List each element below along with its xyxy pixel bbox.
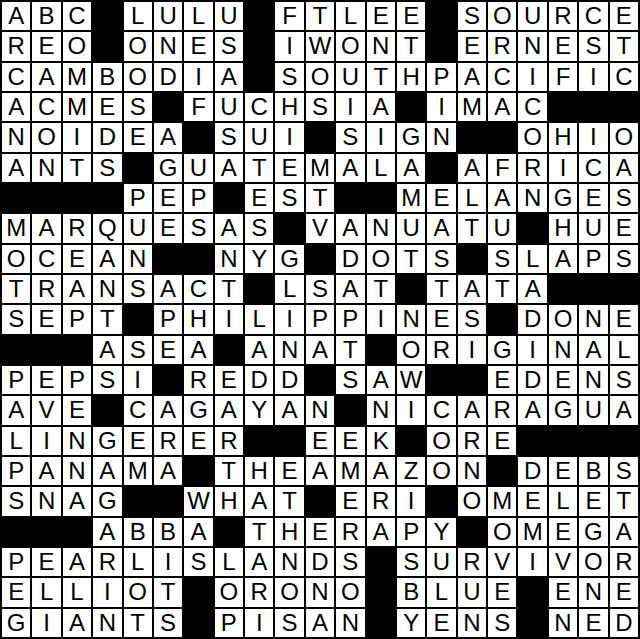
letter-cell-r1c7[interactable]: L: [184, 2, 212, 30]
letter-cell-r21c17[interactable]: S: [488, 609, 516, 637]
letter-cell-r3c21[interactable]: C: [610, 63, 638, 91]
letter-cell-r19c3[interactable]: A: [63, 548, 91, 576]
letter-cell-r9c3[interactable]: E: [63, 245, 91, 273]
letter-cell-r21c2[interactable]: I: [32, 609, 60, 637]
letter-cell-r12c6[interactable]: E: [154, 336, 182, 364]
letter-cell-r19c20[interactable]: O: [579, 548, 607, 576]
letter-cell-r18c20[interactable]: G: [579, 518, 607, 546]
letter-cell-r5c8[interactable]: S: [215, 123, 243, 151]
letter-cell-r20c9[interactable]: R: [245, 578, 273, 606]
letter-cell-r14c20[interactable]: U: [579, 396, 607, 424]
letter-cell-r19c17[interactable]: V: [488, 548, 516, 576]
letter-cell-r14c5[interactable]: C: [124, 396, 152, 424]
letter-cell-r4c8[interactable]: U: [215, 93, 243, 121]
letter-cell-r21c16[interactable]: N: [458, 609, 486, 637]
letter-cell-r21c20[interactable]: E: [579, 609, 607, 637]
letter-cell-r12c19[interactable]: N: [549, 336, 577, 364]
letter-cell-r9c9[interactable]: Y: [245, 245, 273, 273]
letter-cell-r4c1[interactable]: A: [2, 93, 30, 121]
letter-cell-r1c20[interactable]: C: [579, 2, 607, 30]
letter-cell-r3c2[interactable]: A: [32, 63, 60, 91]
letter-cell-r12c7[interactable]: A: [184, 336, 212, 364]
letter-cell-r17c8[interactable]: H: [215, 487, 243, 515]
letter-cell-r17c13[interactable]: R: [367, 487, 395, 515]
letter-cell-r11c21[interactable]: E: [610, 305, 638, 333]
letter-cell-r3c6[interactable]: D: [154, 63, 182, 91]
letter-cell-r12c17[interactable]: G: [488, 336, 516, 364]
letter-cell-r19c10[interactable]: N: [275, 548, 303, 576]
letter-cell-r1c16[interactable]: S: [458, 2, 486, 30]
letter-cell-r5c13[interactable]: I: [367, 123, 395, 151]
letter-cell-r11c10[interactable]: I: [275, 305, 303, 333]
letter-cell-r3c11[interactable]: O: [306, 63, 334, 91]
letter-cell-r11c19[interactable]: O: [549, 305, 577, 333]
letter-cell-r6c13[interactable]: L: [367, 154, 395, 182]
letter-cell-r9c21[interactable]: S: [610, 245, 638, 273]
letter-cell-r21c12[interactable]: N: [336, 609, 364, 637]
letter-cell-r19c2[interactable]: E: [32, 548, 60, 576]
letter-cell-r7c10[interactable]: S: [275, 184, 303, 212]
letter-cell-r10c13[interactable]: T: [367, 275, 395, 303]
letter-cell-r18c9[interactable]: T: [245, 518, 273, 546]
letter-cell-r19c5[interactable]: L: [124, 548, 152, 576]
letter-cell-r15c6[interactable]: R: [154, 427, 182, 455]
letter-cell-r15c16[interactable]: R: [458, 427, 486, 455]
letter-cell-r13c12[interactable]: S: [336, 366, 364, 394]
letter-cell-r13c9[interactable]: D: [245, 366, 273, 394]
letter-cell-r13c18[interactable]: D: [518, 366, 546, 394]
letter-cell-r11c16[interactable]: S: [458, 305, 486, 333]
letter-cell-r1c5[interactable]: L: [124, 2, 152, 30]
letter-cell-r4c4[interactable]: E: [93, 93, 121, 121]
letter-cell-r18c13[interactable]: A: [367, 518, 395, 546]
letter-cell-r12c18[interactable]: I: [518, 336, 546, 364]
letter-cell-r15c4[interactable]: G: [93, 427, 121, 455]
letter-cell-r14c21[interactable]: A: [610, 396, 638, 424]
letter-cell-r3c13[interactable]: T: [367, 63, 395, 91]
letter-cell-r8c6[interactable]: E: [154, 214, 182, 242]
letter-cell-r5c20[interactable]: I: [579, 123, 607, 151]
letter-cell-r8c3[interactable]: R: [63, 214, 91, 242]
letter-cell-r12c4[interactable]: A: [93, 336, 121, 364]
letter-cell-r5c14[interactable]: G: [397, 123, 425, 151]
letter-cell-r1c2[interactable]: B: [32, 2, 60, 30]
letter-cell-r13c3[interactable]: P: [63, 366, 91, 394]
letter-cell-r6c1[interactable]: A: [2, 154, 30, 182]
letter-cell-r7c16[interactable]: L: [458, 184, 486, 212]
letter-cell-r13c7[interactable]: R: [184, 366, 212, 394]
letter-cell-r14c2[interactable]: V: [32, 396, 60, 424]
letter-cell-r14c19[interactable]: G: [549, 396, 577, 424]
letter-cell-r6c7[interactable]: U: [184, 154, 212, 182]
letter-cell-r19c14[interactable]: S: [397, 548, 425, 576]
letter-cell-r6c12[interactable]: A: [336, 154, 364, 182]
letter-cell-r8c19[interactable]: H: [549, 214, 577, 242]
letter-cell-r14c16[interactable]: A: [458, 396, 486, 424]
letter-cell-r6c19[interactable]: I: [549, 154, 577, 182]
letter-cell-r7c21[interactable]: S: [610, 184, 638, 212]
letter-cell-r4c7[interactable]: F: [184, 93, 212, 121]
letter-cell-r10c3[interactable]: A: [63, 275, 91, 303]
letter-cell-r17c4[interactable]: G: [93, 487, 121, 515]
letter-cell-r5c9[interactable]: U: [245, 123, 273, 151]
letter-cell-r12c12[interactable]: T: [336, 336, 364, 364]
letter-cell-r6c8[interactable]: A: [215, 154, 243, 182]
letter-cell-r16c15[interactable]: O: [427, 457, 455, 485]
letter-cell-r15c8[interactable]: R: [215, 427, 243, 455]
letter-cell-r10c5[interactable]: S: [124, 275, 152, 303]
letter-cell-r17c19[interactable]: L: [549, 487, 577, 515]
letter-cell-r8c17[interactable]: U: [488, 214, 516, 242]
letter-cell-r20c8[interactable]: O: [215, 578, 243, 606]
letter-cell-r5c19[interactable]: H: [549, 123, 577, 151]
letter-cell-r17c12[interactable]: E: [336, 487, 364, 515]
letter-cell-r21c6[interactable]: S: [154, 609, 182, 637]
letter-cell-r13c2[interactable]: E: [32, 366, 60, 394]
letter-cell-r20c5[interactable]: O: [124, 578, 152, 606]
letter-cell-r20c14[interactable]: B: [397, 578, 425, 606]
letter-cell-r4c16[interactable]: M: [458, 93, 486, 121]
letter-cell-r4c2[interactable]: C: [32, 93, 60, 121]
letter-cell-r2c20[interactable]: S: [579, 32, 607, 60]
letter-cell-r6c21[interactable]: A: [610, 154, 638, 182]
letter-cell-r7c18[interactable]: N: [518, 184, 546, 212]
letter-cell-r9c14[interactable]: T: [397, 245, 425, 273]
letter-cell-r10c2[interactable]: R: [32, 275, 60, 303]
letter-cell-r9c12[interactable]: D: [336, 245, 364, 273]
letter-cell-r5c10[interactable]: I: [275, 123, 303, 151]
letter-cell-r4c9[interactable]: C: [245, 93, 273, 121]
letter-cell-r9c20[interactable]: P: [579, 245, 607, 273]
letter-cell-r10c15[interactable]: T: [427, 275, 455, 303]
letter-cell-r21c14[interactable]: Y: [397, 609, 425, 637]
letter-cell-r16c11[interactable]: A: [306, 457, 334, 485]
letter-cell-r18c15[interactable]: Y: [427, 518, 455, 546]
letter-cell-r4c18[interactable]: C: [518, 93, 546, 121]
letter-cell-r19c19[interactable]: V: [549, 548, 577, 576]
letter-cell-r16c3[interactable]: N: [63, 457, 91, 485]
letter-cell-r18c6[interactable]: B: [154, 518, 182, 546]
letter-cell-r16c8[interactable]: T: [215, 457, 243, 485]
letter-cell-r12c14[interactable]: O: [397, 336, 425, 364]
letter-cell-r2c14[interactable]: T: [397, 32, 425, 60]
letter-cell-r16c6[interactable]: A: [154, 457, 182, 485]
letter-cell-r7c15[interactable]: E: [427, 184, 455, 212]
letter-cell-r12c11[interactable]: A: [306, 336, 334, 364]
letter-cell-r20c4[interactable]: I: [93, 578, 121, 606]
letter-cell-r1c8[interactable]: U: [215, 2, 243, 30]
letter-cell-r1c18[interactable]: U: [518, 2, 546, 30]
letter-cell-r11c13[interactable]: I: [367, 305, 395, 333]
letter-cell-r16c1[interactable]: P: [2, 457, 30, 485]
letter-cell-r5c2[interactable]: O: [32, 123, 60, 151]
letter-cell-r11c1[interactable]: S: [2, 305, 30, 333]
letter-cell-r20c12[interactable]: O: [336, 578, 364, 606]
letter-cell-r18c10[interactable]: H: [275, 518, 303, 546]
letter-cell-r8c9[interactable]: S: [245, 214, 273, 242]
letter-cell-r2c1[interactable]: R: [2, 32, 30, 60]
letter-cell-r12c15[interactable]: R: [427, 336, 455, 364]
letter-cell-r11c15[interactable]: E: [427, 305, 455, 333]
letter-cell-r2c17[interactable]: R: [488, 32, 516, 60]
letter-cell-r20c1[interactable]: E: [2, 578, 30, 606]
letter-cell-r9c5[interactable]: N: [124, 245, 152, 273]
letter-cell-r11c3[interactable]: P: [63, 305, 91, 333]
letter-cell-r3c12[interactable]: U: [336, 63, 364, 91]
letter-cell-r21c11[interactable]: A: [306, 609, 334, 637]
letter-cell-r2c7[interactable]: E: [184, 32, 212, 60]
letter-cell-r17c18[interactable]: E: [518, 487, 546, 515]
letter-cell-r13c5[interactable]: I: [124, 366, 152, 394]
letter-cell-r8c7[interactable]: S: [184, 214, 212, 242]
letter-cell-r3c7[interactable]: I: [184, 63, 212, 91]
letter-cell-r3c10[interactable]: S: [275, 63, 303, 91]
letter-cell-r10c18[interactable]: A: [518, 275, 546, 303]
letter-cell-r16c12[interactable]: M: [336, 457, 364, 485]
letter-cell-r15c13[interactable]: K: [367, 427, 395, 455]
letter-cell-r8c8[interactable]: A: [215, 214, 243, 242]
letter-cell-r20c19[interactable]: E: [549, 578, 577, 606]
letter-cell-r4c17[interactable]: A: [488, 93, 516, 121]
letter-cell-r21c8[interactable]: P: [215, 609, 243, 637]
letter-cell-r13c8[interactable]: E: [215, 366, 243, 394]
letter-cell-r5c18[interactable]: O: [518, 123, 546, 151]
letter-cell-r10c8[interactable]: T: [215, 275, 243, 303]
letter-cell-r6c14[interactable]: A: [397, 154, 425, 182]
letter-cell-r16c10[interactable]: E: [275, 457, 303, 485]
letter-cell-r9c8[interactable]: N: [215, 245, 243, 273]
letter-cell-r2c6[interactable]: N: [154, 32, 182, 60]
letter-cell-r9c18[interactable]: L: [518, 245, 546, 273]
letter-cell-r16c21[interactable]: S: [610, 457, 638, 485]
letter-cell-r19c9[interactable]: A: [245, 548, 273, 576]
letter-cell-r14c6[interactable]: A: [154, 396, 182, 424]
letter-cell-r11c7[interactable]: H: [184, 305, 212, 333]
letter-cell-r16c20[interactable]: B: [579, 457, 607, 485]
letter-cell-r17c17[interactable]: M: [488, 487, 516, 515]
letter-cell-r6c16[interactable]: A: [458, 154, 486, 182]
letter-cell-r20c20[interactable]: N: [579, 578, 607, 606]
letter-cell-r10c7[interactable]: C: [184, 275, 212, 303]
letter-cell-r11c18[interactable]: D: [518, 305, 546, 333]
letter-cell-r8c20[interactable]: U: [579, 214, 607, 242]
letter-cell-r14c1[interactable]: A: [2, 396, 30, 424]
letter-cell-r9c2[interactable]: C: [32, 245, 60, 273]
letter-cell-r1c11[interactable]: T: [306, 2, 334, 30]
letter-cell-r15c1[interactable]: L: [2, 427, 30, 455]
letter-cell-r1c17[interactable]: O: [488, 2, 516, 30]
letter-cell-r7c7[interactable]: P: [184, 184, 212, 212]
letter-cell-r17c10[interactable]: T: [275, 487, 303, 515]
letter-cell-r13c17[interactable]: E: [488, 366, 516, 394]
letter-cell-r9c17[interactable]: S: [488, 245, 516, 273]
letter-cell-r10c6[interactable]: A: [154, 275, 182, 303]
letter-cell-r14c10[interactable]: A: [275, 396, 303, 424]
letter-cell-r12c20[interactable]: A: [579, 336, 607, 364]
letter-cell-r1c21[interactable]: E: [610, 2, 638, 30]
letter-cell-r8c21[interactable]: E: [610, 214, 638, 242]
letter-cell-r6c10[interactable]: E: [275, 154, 303, 182]
letter-cell-r19c4[interactable]: R: [93, 548, 121, 576]
letter-cell-r18c17[interactable]: O: [488, 518, 516, 546]
letter-cell-r4c10[interactable]: H: [275, 93, 303, 121]
letter-cell-r2c19[interactable]: E: [549, 32, 577, 60]
letter-cell-r11c9[interactable]: L: [245, 305, 273, 333]
letter-cell-r18c19[interactable]: E: [549, 518, 577, 546]
letter-cell-r13c21[interactable]: S: [610, 366, 638, 394]
letter-cell-r13c13[interactable]: A: [367, 366, 395, 394]
letter-cell-r13c19[interactable]: E: [549, 366, 577, 394]
letter-cell-r1c13[interactable]: E: [367, 2, 395, 30]
letter-cell-r15c3[interactable]: N: [63, 427, 91, 455]
letter-cell-r18c4[interactable]: A: [93, 518, 121, 546]
letter-cell-r3c8[interactable]: A: [215, 63, 243, 91]
letter-cell-r10c4[interactable]: N: [93, 275, 121, 303]
letter-cell-r6c11[interactable]: M: [306, 154, 334, 182]
letter-cell-r8c1[interactable]: M: [2, 214, 30, 242]
letter-cell-r7c6[interactable]: E: [154, 184, 182, 212]
letter-cell-r21c15[interactable]: E: [427, 609, 455, 637]
letter-cell-r6c2[interactable]: N: [32, 154, 60, 182]
letter-cell-r4c13[interactable]: A: [367, 93, 395, 121]
letter-cell-r12c21[interactable]: L: [610, 336, 638, 364]
letter-cell-r1c10[interactable]: F: [275, 2, 303, 30]
letter-cell-r17c2[interactable]: N: [32, 487, 60, 515]
letter-cell-r20c21[interactable]: E: [610, 578, 638, 606]
letter-cell-r14c18[interactable]: A: [518, 396, 546, 424]
letter-cell-r3c3[interactable]: M: [63, 63, 91, 91]
letter-cell-r3c17[interactable]: C: [488, 63, 516, 91]
letter-cell-r15c7[interactable]: E: [184, 427, 212, 455]
letter-cell-r10c10[interactable]: L: [275, 275, 303, 303]
letter-cell-r7c9[interactable]: E: [245, 184, 273, 212]
letter-cell-r18c5[interactable]: B: [124, 518, 152, 546]
letter-cell-r11c14[interactable]: N: [397, 305, 425, 333]
letter-cell-r19c6[interactable]: I: [154, 548, 182, 576]
letter-cell-r17c20[interactable]: E: [579, 487, 607, 515]
letter-cell-r5c1[interactable]: N: [2, 123, 30, 151]
letter-cell-r21c5[interactable]: T: [124, 609, 152, 637]
letter-cell-r17c16[interactable]: O: [458, 487, 486, 515]
letter-cell-r20c16[interactable]: U: [458, 578, 486, 606]
letter-cell-r11c11[interactable]: P: [306, 305, 334, 333]
letter-cell-r12c10[interactable]: N: [275, 336, 303, 364]
letter-cell-r10c17[interactable]: T: [488, 275, 516, 303]
letter-cell-r10c1[interactable]: T: [2, 275, 30, 303]
letter-cell-r8c14[interactable]: U: [397, 214, 425, 242]
letter-cell-r17c21[interactable]: T: [610, 487, 638, 515]
letter-cell-r4c12[interactable]: I: [336, 93, 364, 121]
letter-cell-r6c18[interactable]: R: [518, 154, 546, 182]
letter-cell-r7c19[interactable]: G: [549, 184, 577, 212]
letter-cell-r12c16[interactable]: I: [458, 336, 486, 364]
letter-cell-r13c1[interactable]: P: [2, 366, 30, 394]
letter-cell-r16c19[interactable]: E: [549, 457, 577, 485]
letter-cell-r8c11[interactable]: V: [306, 214, 334, 242]
letter-cell-r9c13[interactable]: O: [367, 245, 395, 273]
letter-cell-r14c8[interactable]: A: [215, 396, 243, 424]
letter-cell-r17c14[interactable]: I: [397, 487, 425, 515]
letter-cell-r3c19[interactable]: F: [549, 63, 577, 91]
letter-cell-r9c19[interactable]: A: [549, 245, 577, 273]
letter-cell-r7c17[interactable]: A: [488, 184, 516, 212]
letter-cell-r5c6[interactable]: A: [154, 123, 182, 151]
letter-cell-r18c14[interactable]: P: [397, 518, 425, 546]
letter-cell-r3c16[interactable]: A: [458, 63, 486, 91]
letter-cell-r2c3[interactable]: O: [63, 32, 91, 60]
letter-cell-r6c3[interactable]: T: [63, 154, 91, 182]
letter-cell-r19c7[interactable]: S: [184, 548, 212, 576]
letter-cell-r18c12[interactable]: R: [336, 518, 364, 546]
letter-cell-r6c17[interactable]: F: [488, 154, 516, 182]
letter-cell-r19c11[interactable]: D: [306, 548, 334, 576]
letter-cell-r11c20[interactable]: N: [579, 305, 607, 333]
letter-cell-r5c4[interactable]: D: [93, 123, 121, 151]
letter-cell-r16c9[interactable]: H: [245, 457, 273, 485]
letter-cell-r20c2[interactable]: L: [32, 578, 60, 606]
letter-cell-r14c14[interactable]: I: [397, 396, 425, 424]
letter-cell-r9c10[interactable]: G: [275, 245, 303, 273]
letter-cell-r16c14[interactable]: Z: [397, 457, 425, 485]
letter-cell-r16c5[interactable]: M: [124, 457, 152, 485]
letter-cell-r7c11[interactable]: T: [306, 184, 334, 212]
letter-cell-r20c17[interactable]: E: [488, 578, 516, 606]
letter-cell-r7c14[interactable]: M: [397, 184, 425, 212]
letter-cell-r16c2[interactable]: A: [32, 457, 60, 485]
letter-cell-r19c15[interactable]: U: [427, 548, 455, 576]
letter-cell-r9c1[interactable]: O: [2, 245, 30, 273]
letter-cell-r14c17[interactable]: R: [488, 396, 516, 424]
letter-cell-r4c15[interactable]: I: [427, 93, 455, 121]
letter-cell-r13c10[interactable]: D: [275, 366, 303, 394]
letter-cell-r17c3[interactable]: A: [63, 487, 91, 515]
letter-cell-r5c12[interactable]: S: [336, 123, 364, 151]
letter-cell-r3c5[interactable]: O: [124, 63, 152, 91]
letter-cell-r16c18[interactable]: D: [518, 457, 546, 485]
letter-cell-r8c5[interactable]: U: [124, 214, 152, 242]
letter-cell-r4c11[interactable]: S: [306, 93, 334, 121]
letter-cell-r21c9[interactable]: I: [245, 609, 273, 637]
letter-cell-r9c15[interactable]: S: [427, 245, 455, 273]
letter-cell-r21c3[interactable]: A: [63, 609, 91, 637]
letter-cell-r18c21[interactable]: A: [610, 518, 638, 546]
letter-cell-r2c5[interactable]: O: [124, 32, 152, 60]
letter-cell-r14c9[interactable]: Y: [245, 396, 273, 424]
letter-cell-r14c11[interactable]: N: [306, 396, 334, 424]
letter-cell-r19c1[interactable]: P: [2, 548, 30, 576]
letter-cell-r21c21[interactable]: D: [610, 609, 638, 637]
letter-cell-r15c17[interactable]: E: [488, 427, 516, 455]
letter-cell-r5c21[interactable]: O: [610, 123, 638, 151]
letter-cell-r21c1[interactable]: G: [2, 609, 30, 637]
letter-cell-r3c20[interactable]: I: [579, 63, 607, 91]
letter-cell-r20c3[interactable]: L: [63, 578, 91, 606]
letter-cell-r3c4[interactable]: B: [93, 63, 121, 91]
letter-cell-r11c8[interactable]: I: [215, 305, 243, 333]
letter-cell-r3c14[interactable]: H: [397, 63, 425, 91]
letter-cell-r13c14[interactable]: W: [397, 366, 425, 394]
letter-cell-r19c21[interactable]: R: [610, 548, 638, 576]
letter-cell-r2c12[interactable]: O: [336, 32, 364, 60]
letter-cell-r7c20[interactable]: E: [579, 184, 607, 212]
letter-cell-r11c4[interactable]: T: [93, 305, 121, 333]
letter-cell-r16c4[interactable]: A: [93, 457, 121, 485]
letter-cell-r2c10[interactable]: I: [275, 32, 303, 60]
letter-cell-r6c4[interactable]: S: [93, 154, 121, 182]
letter-cell-r1c14[interactable]: E: [397, 2, 425, 30]
letter-cell-r21c10[interactable]: S: [275, 609, 303, 637]
letter-cell-r10c16[interactable]: A: [458, 275, 486, 303]
